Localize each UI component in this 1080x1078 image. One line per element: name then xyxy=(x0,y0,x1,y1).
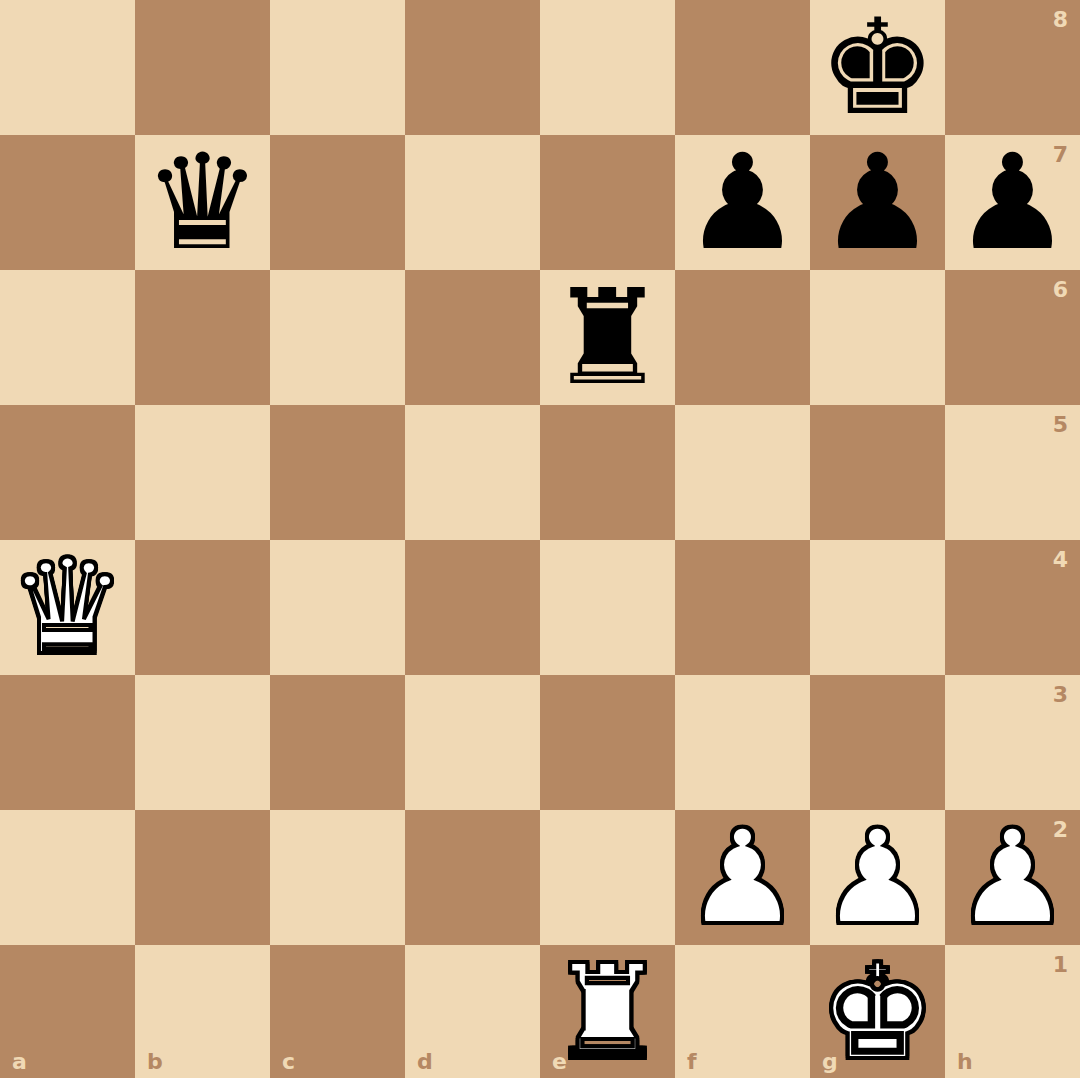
square-c1[interactable]: c xyxy=(270,945,405,1078)
rank-label-5: 5 xyxy=(1053,414,1068,436)
square-h2[interactable]: 2♟ xyxy=(945,810,1080,945)
square-b1[interactable]: b xyxy=(135,945,270,1078)
square-a7[interactable] xyxy=(0,135,135,270)
file-label-a: a xyxy=(12,1051,27,1073)
square-f2[interactable]: ♟ xyxy=(675,810,810,945)
square-c5[interactable] xyxy=(270,405,405,540)
white-pawn: ♟ xyxy=(953,810,1071,945)
square-f7[interactable]: ♟ xyxy=(675,135,810,270)
square-d3[interactable] xyxy=(405,675,540,810)
square-a8[interactable] xyxy=(0,0,135,135)
square-c7[interactable] xyxy=(270,135,405,270)
black-rook: ♜ xyxy=(548,270,666,405)
white-king: ♚ xyxy=(818,945,936,1078)
square-g8[interactable]: ♚ xyxy=(810,0,945,135)
square-g1[interactable]: g♚ xyxy=(810,945,945,1078)
square-b4[interactable] xyxy=(135,540,270,675)
square-a1[interactable]: a xyxy=(0,945,135,1078)
square-h3[interactable]: 3 xyxy=(945,675,1080,810)
square-d4[interactable] xyxy=(405,540,540,675)
square-h1[interactable]: 1h xyxy=(945,945,1080,1078)
square-e8[interactable] xyxy=(540,0,675,135)
square-f5[interactable] xyxy=(675,405,810,540)
square-b3[interactable] xyxy=(135,675,270,810)
square-d1[interactable]: d xyxy=(405,945,540,1078)
rank-label-3: 3 xyxy=(1053,684,1068,706)
square-a4[interactable]: ♛ xyxy=(0,540,135,675)
file-label-h: h xyxy=(957,1051,973,1073)
square-d8[interactable] xyxy=(405,0,540,135)
file-label-e: e xyxy=(552,1051,567,1073)
white-rook: ♜ xyxy=(548,945,666,1078)
black-pawn: ♟ xyxy=(683,135,801,270)
chess-board: ♚8♛♟♟7♟♜65♛43♟♟2♟abcde♜fg♚1h xyxy=(0,0,1080,1078)
square-f8[interactable] xyxy=(675,0,810,135)
square-g4[interactable] xyxy=(810,540,945,675)
square-h8[interactable]: 8 xyxy=(945,0,1080,135)
square-b2[interactable] xyxy=(135,810,270,945)
square-g7[interactable]: ♟ xyxy=(810,135,945,270)
square-d5[interactable] xyxy=(405,405,540,540)
square-a3[interactable] xyxy=(0,675,135,810)
white-pawn: ♟ xyxy=(818,810,936,945)
square-d7[interactable] xyxy=(405,135,540,270)
square-g2[interactable]: ♟ xyxy=(810,810,945,945)
square-c6[interactable] xyxy=(270,270,405,405)
square-h5[interactable]: 5 xyxy=(945,405,1080,540)
square-e1[interactable]: e♜ xyxy=(540,945,675,1078)
square-g6[interactable] xyxy=(810,270,945,405)
file-label-c: c xyxy=(282,1051,295,1073)
square-b7[interactable]: ♛ xyxy=(135,135,270,270)
square-e7[interactable] xyxy=(540,135,675,270)
square-e6[interactable]: ♜ xyxy=(540,270,675,405)
square-f1[interactable]: f xyxy=(675,945,810,1078)
rank-label-2: 2 xyxy=(1053,819,1068,841)
square-c2[interactable] xyxy=(270,810,405,945)
square-f3[interactable] xyxy=(675,675,810,810)
rank-label-6: 6 xyxy=(1053,279,1068,301)
square-e3[interactable] xyxy=(540,675,675,810)
square-c3[interactable] xyxy=(270,675,405,810)
square-h7[interactable]: 7♟ xyxy=(945,135,1080,270)
black-pawn: ♟ xyxy=(953,135,1071,270)
square-e2[interactable] xyxy=(540,810,675,945)
square-g3[interactable] xyxy=(810,675,945,810)
file-label-b: b xyxy=(147,1051,163,1073)
square-f4[interactable] xyxy=(675,540,810,675)
square-f6[interactable] xyxy=(675,270,810,405)
square-a2[interactable] xyxy=(0,810,135,945)
file-label-d: d xyxy=(417,1051,433,1073)
rank-label-4: 4 xyxy=(1053,549,1068,571)
rank-label-8: 8 xyxy=(1053,9,1068,31)
square-a6[interactable] xyxy=(0,270,135,405)
square-a5[interactable] xyxy=(0,405,135,540)
black-pawn: ♟ xyxy=(818,135,936,270)
square-h6[interactable]: 6 xyxy=(945,270,1080,405)
square-b6[interactable] xyxy=(135,270,270,405)
file-label-f: f xyxy=(687,1051,697,1073)
square-d6[interactable] xyxy=(405,270,540,405)
file-label-g: g xyxy=(822,1051,838,1073)
square-c8[interactable] xyxy=(270,0,405,135)
square-g5[interactable] xyxy=(810,405,945,540)
white-pawn: ♟ xyxy=(683,810,801,945)
square-e4[interactable] xyxy=(540,540,675,675)
black-king: ♚ xyxy=(818,0,936,135)
square-d2[interactable] xyxy=(405,810,540,945)
black-queen: ♛ xyxy=(143,135,261,270)
square-h4[interactable]: 4 xyxy=(945,540,1080,675)
square-c4[interactable] xyxy=(270,540,405,675)
rank-label-7: 7 xyxy=(1053,144,1068,166)
white-queen: ♛ xyxy=(8,540,126,675)
square-b5[interactable] xyxy=(135,405,270,540)
rank-label-1: 1 xyxy=(1053,954,1068,976)
square-b8[interactable] xyxy=(135,0,270,135)
square-e5[interactable] xyxy=(540,405,675,540)
